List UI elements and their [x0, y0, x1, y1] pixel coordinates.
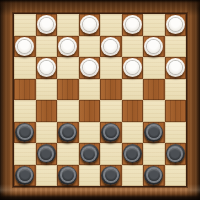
square-r6c5[interactable] — [100, 122, 122, 144]
square-r5c1[interactable] — [14, 100, 36, 122]
white-man-piece[interactable] — [123, 15, 142, 34]
square-r8c1[interactable] — [14, 165, 36, 187]
square-r2c8[interactable] — [165, 36, 187, 58]
black-man-piece[interactable] — [58, 123, 77, 142]
square-r7c4[interactable] — [79, 143, 101, 165]
square-r3c8[interactable] — [165, 57, 187, 79]
checkers-board-grid — [14, 14, 186, 186]
square-r5c7[interactable] — [143, 100, 165, 122]
square-r6c2[interactable] — [36, 122, 58, 144]
square-r6c6[interactable] — [122, 122, 144, 144]
white-man-piece[interactable] — [101, 37, 120, 56]
square-r2c1[interactable] — [14, 36, 36, 58]
square-r8c3[interactable] — [57, 165, 79, 187]
square-r1c2[interactable] — [36, 14, 58, 36]
square-r4c5[interactable] — [100, 79, 122, 101]
black-man-piece[interactable] — [144, 123, 163, 142]
square-r6c1[interactable] — [14, 122, 36, 144]
square-r7c1[interactable] — [14, 143, 36, 165]
black-man-piece[interactable] — [15, 166, 34, 185]
white-man-piece[interactable] — [37, 58, 56, 77]
square-r7c2[interactable] — [36, 143, 58, 165]
square-r1c8[interactable] — [165, 14, 187, 36]
square-r6c7[interactable] — [143, 122, 165, 144]
square-r6c8[interactable] — [165, 122, 187, 144]
square-r6c3[interactable] — [57, 122, 79, 144]
square-r4c4[interactable] — [79, 79, 101, 101]
square-r4c8[interactable] — [165, 79, 187, 101]
white-man-piece[interactable] — [144, 37, 163, 56]
square-r1c5[interactable] — [100, 14, 122, 36]
square-r8c8[interactable] — [165, 165, 187, 187]
black-man-piece[interactable] — [15, 123, 34, 142]
square-r2c5[interactable] — [100, 36, 122, 58]
square-r3c1[interactable] — [14, 57, 36, 79]
black-man-piece[interactable] — [58, 166, 77, 185]
square-r4c1[interactable] — [14, 79, 36, 101]
white-man-piece[interactable] — [58, 37, 77, 56]
white-man-piece[interactable] — [166, 15, 185, 34]
black-man-piece[interactable] — [37, 144, 56, 163]
square-r5c2[interactable] — [36, 100, 58, 122]
square-r1c1[interactable] — [14, 14, 36, 36]
square-r4c6[interactable] — [122, 79, 144, 101]
white-man-piece[interactable] — [123, 58, 142, 77]
square-r5c4[interactable] — [79, 100, 101, 122]
square-r2c2[interactable] — [36, 36, 58, 58]
square-r2c7[interactable] — [143, 36, 165, 58]
black-man-piece[interactable] — [166, 144, 185, 163]
square-r7c8[interactable] — [165, 143, 187, 165]
black-man-piece[interactable] — [101, 123, 120, 142]
square-r1c6[interactable] — [122, 14, 144, 36]
black-man-piece[interactable] — [80, 144, 99, 163]
square-r1c4[interactable] — [79, 14, 101, 36]
square-r7c5[interactable] — [100, 143, 122, 165]
black-man-piece[interactable] — [123, 144, 142, 163]
square-r3c4[interactable] — [79, 57, 101, 79]
square-r3c7[interactable] — [143, 57, 165, 79]
square-r5c8[interactable] — [165, 100, 187, 122]
black-man-piece[interactable] — [101, 166, 120, 185]
black-man-piece[interactable] — [144, 166, 163, 185]
square-r5c6[interactable] — [122, 100, 144, 122]
square-r7c7[interactable] — [143, 143, 165, 165]
square-r4c3[interactable] — [57, 79, 79, 101]
square-r8c4[interactable] — [79, 165, 101, 187]
square-r7c6[interactable] — [122, 143, 144, 165]
white-man-piece[interactable] — [80, 58, 99, 77]
square-r7c3[interactable] — [57, 143, 79, 165]
square-r8c2[interactable] — [36, 165, 58, 187]
white-man-piece[interactable] — [37, 15, 56, 34]
square-r1c3[interactable] — [57, 14, 79, 36]
square-r2c3[interactable] — [57, 36, 79, 58]
square-r1c7[interactable] — [143, 14, 165, 36]
square-r8c5[interactable] — [100, 165, 122, 187]
square-r4c7[interactable] — [143, 79, 165, 101]
square-r4c2[interactable] — [36, 79, 58, 101]
white-man-piece[interactable] — [80, 15, 99, 34]
white-man-piece[interactable] — [166, 58, 185, 77]
white-man-piece[interactable] — [15, 37, 34, 56]
checkers-app — [0, 0, 200, 200]
square-r2c6[interactable] — [122, 36, 144, 58]
square-r5c3[interactable] — [57, 100, 79, 122]
square-r3c2[interactable] — [36, 57, 58, 79]
square-r8c7[interactable] — [143, 165, 165, 187]
square-r3c5[interactable] — [100, 57, 122, 79]
square-r3c3[interactable] — [57, 57, 79, 79]
square-r8c6[interactable] — [122, 165, 144, 187]
square-r2c4[interactable] — [79, 36, 101, 58]
square-r6c4[interactable] — [79, 122, 101, 144]
square-r3c6[interactable] — [122, 57, 144, 79]
square-r5c5[interactable] — [100, 100, 122, 122]
